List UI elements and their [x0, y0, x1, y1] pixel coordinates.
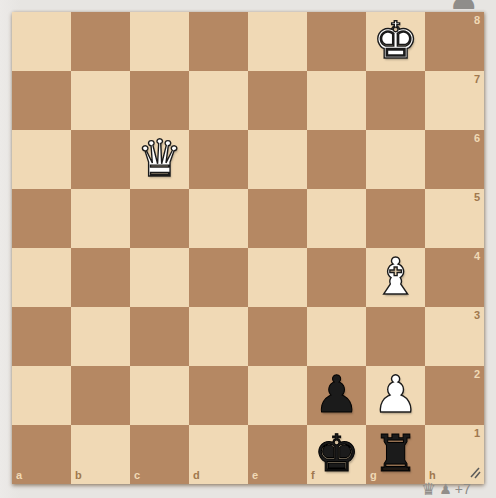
square-e8[interactable] — [248, 12, 307, 71]
rank-label-2: 2 — [474, 369, 480, 380]
white-pawn[interactable]: ♟ — [366, 366, 425, 425]
square-f5[interactable] — [307, 189, 366, 248]
square-c6[interactable]: ♛ — [130, 130, 189, 189]
square-e7[interactable] — [248, 71, 307, 130]
square-g2[interactable]: ♟ — [366, 366, 425, 425]
square-g6[interactable] — [366, 130, 425, 189]
rank-label-5: 5 — [474, 192, 480, 203]
captured-queen-icon: ♛ — [421, 481, 436, 498]
square-g1[interactable]: g♜ — [366, 425, 425, 484]
square-f7[interactable] — [307, 71, 366, 130]
square-d6[interactable] — [189, 130, 248, 189]
file-label-c: c — [134, 470, 140, 481]
material-advantage-value: +7 — [455, 482, 471, 496]
chess-board: ♚87♛65♝43♟♟2abcdef♚g♜1h — [12, 12, 484, 484]
square-b1[interactable]: b — [71, 425, 130, 484]
square-a2[interactable] — [12, 366, 71, 425]
square-h4[interactable]: 4 — [425, 248, 484, 307]
captured-pawn-icon: ♟ — [439, 482, 452, 496]
square-f8[interactable] — [307, 12, 366, 71]
square-d5[interactable] — [189, 189, 248, 248]
rank-label-4: 4 — [474, 251, 480, 262]
square-c4[interactable] — [130, 248, 189, 307]
square-b4[interactable] — [71, 248, 130, 307]
square-d4[interactable] — [189, 248, 248, 307]
square-e2[interactable] — [248, 366, 307, 425]
white-king[interactable]: ♚ — [366, 12, 425, 71]
square-c8[interactable] — [130, 12, 189, 71]
square-h7[interactable]: 7 — [425, 71, 484, 130]
square-a3[interactable] — [12, 307, 71, 366]
square-a4[interactable] — [12, 248, 71, 307]
square-b2[interactable] — [71, 366, 130, 425]
rank-label-6: 6 — [474, 133, 480, 144]
square-e1[interactable]: e — [248, 425, 307, 484]
white-bishop[interactable]: ♝ — [366, 248, 425, 307]
page-background: ♟ ♚87♛65♝43♟♟2abcdef♚g♜1h ♛ ♟ +7 — [0, 0, 496, 498]
file-label-b: b — [75, 470, 82, 481]
square-e4[interactable] — [248, 248, 307, 307]
black-king[interactable]: ♚ — [307, 425, 366, 484]
square-b5[interactable] — [71, 189, 130, 248]
file-label-e: e — [252, 470, 258, 481]
rank-label-7: 7 — [474, 74, 480, 85]
square-e5[interactable] — [248, 189, 307, 248]
square-e6[interactable] — [248, 130, 307, 189]
resize-grip-icon — [467, 465, 482, 480]
square-h2[interactable]: 2 — [425, 366, 484, 425]
square-g3[interactable] — [366, 307, 425, 366]
black-pawn[interactable]: ♟ — [307, 366, 366, 425]
square-c2[interactable] — [130, 366, 189, 425]
square-d1[interactable]: d — [189, 425, 248, 484]
square-h6[interactable]: 6 — [425, 130, 484, 189]
square-f3[interactable] — [307, 307, 366, 366]
square-g4[interactable]: ♝ — [366, 248, 425, 307]
board-resize-handle[interactable] — [467, 465, 482, 480]
square-g8[interactable]: ♚ — [366, 12, 425, 71]
material-advantage-display: ♛ ♟ +7 — [421, 480, 471, 498]
file-label-d: d — [193, 470, 200, 481]
square-f1[interactable]: f♚ — [307, 425, 366, 484]
square-f2[interactable]: ♟ — [307, 366, 366, 425]
square-a8[interactable] — [12, 12, 71, 71]
square-h3[interactable]: 3 — [425, 307, 484, 366]
square-a1[interactable]: a — [12, 425, 71, 484]
square-c7[interactable] — [130, 71, 189, 130]
square-c5[interactable] — [130, 189, 189, 248]
square-d7[interactable] — [189, 71, 248, 130]
square-d2[interactable] — [189, 366, 248, 425]
square-b3[interactable] — [71, 307, 130, 366]
captured-pawn-icon: ♟ — [448, 0, 479, 17]
square-f4[interactable] — [307, 248, 366, 307]
square-a7[interactable] — [12, 71, 71, 130]
file-label-a: a — [16, 470, 22, 481]
square-c1[interactable]: c — [130, 425, 189, 484]
square-a5[interactable] — [12, 189, 71, 248]
rank-label-3: 3 — [474, 310, 480, 321]
square-f6[interactable] — [307, 130, 366, 189]
square-g7[interactable] — [366, 71, 425, 130]
square-b6[interactable] — [71, 130, 130, 189]
square-d8[interactable] — [189, 12, 248, 71]
square-e3[interactable] — [248, 307, 307, 366]
square-b8[interactable] — [71, 12, 130, 71]
rank-label-1: 1 — [474, 428, 480, 439]
black-rook[interactable]: ♜ — [366, 425, 425, 484]
square-a6[interactable] — [12, 130, 71, 189]
square-h8[interactable]: 8 — [425, 12, 484, 71]
square-d3[interactable] — [189, 307, 248, 366]
square-g5[interactable] — [366, 189, 425, 248]
square-c3[interactable] — [130, 307, 189, 366]
white-queen[interactable]: ♛ — [130, 130, 189, 189]
square-h5[interactable]: 5 — [425, 189, 484, 248]
square-b7[interactable] — [71, 71, 130, 130]
